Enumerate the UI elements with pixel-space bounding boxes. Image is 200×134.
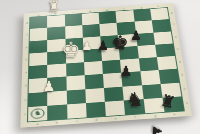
board-coordinate-label: b bbox=[56, 121, 58, 124]
square-c1[interactable] bbox=[67, 103, 87, 119]
board-coordinate-label: g bbox=[140, 6, 142, 8]
board-coordinate-label: 6 bbox=[25, 46, 27, 48]
square-g3[interactable] bbox=[140, 70, 160, 85]
square-h3[interactable] bbox=[158, 69, 179, 84]
board-coordinate-label: 1 bbox=[23, 113, 25, 116]
photo-scene: ♞ aa88bb77cc66dd55ee44ff33gg22hh11 ♜♚♟♟♚… bbox=[0, 0, 200, 134]
board-coordinate-label: e bbox=[106, 9, 108, 11]
piece-black-king-f5[interactable]: ♚ bbox=[111, 33, 129, 53]
square-g2[interactable] bbox=[141, 84, 162, 99]
square-c3[interactable] bbox=[66, 75, 85, 90]
board-coordinate-label: g bbox=[154, 114, 157, 117]
piece-black-pawn-f3[interactable]: ♟ bbox=[120, 64, 133, 78]
board-coordinate-label: e bbox=[115, 117, 117, 120]
board-coordinate-label: 4 bbox=[178, 61, 180, 63]
piece-white-rook-b8[interactable]: ♜ bbox=[47, 0, 60, 13]
square-h4[interactable] bbox=[157, 56, 177, 70]
piece-white-king-c5[interactable]: ♚ bbox=[62, 40, 81, 61]
board-coordinate-label: d bbox=[95, 118, 97, 121]
piece-white-pawn-d6[interactable]: ♟ bbox=[82, 40, 93, 52]
square-c4[interactable] bbox=[66, 62, 85, 76]
square-e4[interactable] bbox=[102, 60, 121, 74]
board-coordinate-label: c bbox=[72, 11, 74, 13]
board-coordinate-label: 3 bbox=[24, 85, 26, 88]
board-coordinate-label: c bbox=[76, 120, 78, 123]
board-coordinate-label: 7 bbox=[172, 24, 174, 26]
board-coordinate-label: f bbox=[135, 115, 137, 118]
piece-black-knight-f1[interactable]: ♞ bbox=[126, 90, 143, 109]
piece-black-pawn-captured[interactable]: ♟ bbox=[151, 125, 164, 134]
board-coordinate-label: 2 bbox=[183, 88, 186, 91]
square-d1[interactable] bbox=[86, 102, 106, 118]
board-coordinate-label: 2 bbox=[24, 99, 26, 102]
board-coordinate-label: 5 bbox=[25, 59, 27, 61]
board-coordinate-label: 5 bbox=[176, 48, 178, 50]
square-e2[interactable] bbox=[104, 86, 124, 101]
board-coordinate-label: 3 bbox=[180, 74, 183, 77]
square-a1[interactable]: ♞ bbox=[28, 106, 47, 122]
board-coordinate-label: 6 bbox=[174, 36, 176, 38]
board-coordinate-label: a bbox=[37, 122, 39, 125]
board-coordinate-label: a bbox=[38, 14, 40, 16]
square-c2[interactable] bbox=[66, 89, 85, 104]
board-coordinate-label: 8 bbox=[26, 22, 28, 24]
piece-black-pawn-g6[interactable]: ♟ bbox=[130, 29, 142, 42]
piece-white-pawn-b2[interactable]: ♟ bbox=[43, 79, 56, 93]
board-coordinate-label: d bbox=[89, 10, 91, 12]
board-coordinate-label: 4 bbox=[24, 72, 26, 74]
board-coordinate-label: 8 bbox=[170, 12, 172, 14]
board-coordinate-label: f bbox=[123, 8, 124, 10]
square-e1[interactable] bbox=[105, 100, 125, 116]
board-maker-logo-knight-icon: ♞ bbox=[31, 108, 45, 119]
board-coordinate-label: h bbox=[157, 5, 159, 7]
board-coordinate-label: 7 bbox=[25, 34, 27, 36]
piece-black-pawn-e6[interactable]: ♟ bbox=[97, 39, 109, 52]
square-d3[interactable] bbox=[84, 74, 103, 89]
square-d2[interactable] bbox=[85, 88, 105, 103]
square-b1[interactable] bbox=[47, 104, 66, 120]
board-coordinate-label: 1 bbox=[185, 102, 188, 105]
board-coordinate-label: h bbox=[173, 113, 176, 116]
